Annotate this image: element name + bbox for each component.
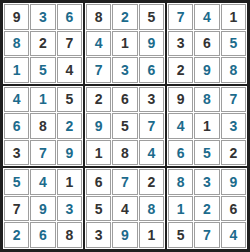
box-2-3: 987413652 xyxy=(167,86,247,167)
cell-r5c7[interactable]: 4 xyxy=(168,113,193,139)
cell-r2c9[interactable]: 5 xyxy=(221,31,246,57)
cell-r5c2[interactable]: 8 xyxy=(30,113,55,139)
box-3-1: 541793268 xyxy=(3,168,83,249)
cell-r8c7[interactable]: 1 xyxy=(168,196,193,222)
cell-r7c2[interactable]: 4 xyxy=(30,169,55,195)
cell-r4c8[interactable]: 8 xyxy=(194,87,219,113)
box-1-1: 936827154 xyxy=(3,3,83,84)
cell-r7c6[interactable]: 2 xyxy=(139,169,164,195)
cell-r8c6[interactable]: 8 xyxy=(139,196,164,222)
cell-r7c7[interactable]: 8 xyxy=(168,169,193,195)
cell-r1c7[interactable]: 7 xyxy=(168,4,193,30)
box-1-2: 825419736 xyxy=(85,3,165,84)
cell-r1c8[interactable]: 4 xyxy=(194,4,219,30)
cell-r1c6[interactable]: 5 xyxy=(139,4,164,30)
cell-r6c4[interactable]: 1 xyxy=(86,140,111,166)
cell-r7c1[interactable]: 5 xyxy=(4,169,29,195)
cell-r2c6[interactable]: 9 xyxy=(139,31,164,57)
cell-r3c2[interactable]: 5 xyxy=(30,57,55,83)
cell-r8c9[interactable]: 6 xyxy=(221,196,246,222)
cell-r4c7[interactable]: 9 xyxy=(168,87,193,113)
cell-r7c4[interactable]: 6 xyxy=(86,169,111,195)
cell-r5c6[interactable]: 7 xyxy=(139,113,164,139)
cell-r1c1[interactable]: 9 xyxy=(4,4,29,30)
box-2-2: 263957184 xyxy=(85,86,165,167)
cell-r8c4[interactable]: 5 xyxy=(86,196,111,222)
cell-r4c3[interactable]: 5 xyxy=(57,87,82,113)
cell-r5c3[interactable]: 2 xyxy=(57,113,82,139)
cell-r6c7[interactable]: 6 xyxy=(168,140,193,166)
cell-r8c1[interactable]: 7 xyxy=(4,196,29,222)
cell-r1c9[interactable]: 1 xyxy=(221,4,246,30)
cell-r2c4[interactable]: 4 xyxy=(86,31,111,57)
cell-r3c3[interactable]: 4 xyxy=(57,57,82,83)
sudoku-board: 9368271548254197367413652984156823792639… xyxy=(0,0,250,252)
cell-r3c4[interactable]: 7 xyxy=(86,57,111,83)
cell-r7c3[interactable]: 1 xyxy=(57,169,82,195)
cell-r4c9[interactable]: 7 xyxy=(221,87,246,113)
cell-r5c4[interactable]: 9 xyxy=(86,113,111,139)
cell-r9c6[interactable]: 1 xyxy=(139,222,164,248)
cell-r3c7[interactable]: 2 xyxy=(168,57,193,83)
cell-r8c8[interactable]: 2 xyxy=(194,196,219,222)
box-1-3: 741365298 xyxy=(167,3,247,84)
box-3-3: 839126574 xyxy=(167,168,247,249)
cell-r6c3[interactable]: 9 xyxy=(57,140,82,166)
cell-r5c9[interactable]: 3 xyxy=(221,113,246,139)
cell-r2c7[interactable]: 3 xyxy=(168,31,193,57)
cell-r6c2[interactable]: 7 xyxy=(30,140,55,166)
cell-r1c3[interactable]: 6 xyxy=(57,4,82,30)
cell-r1c2[interactable]: 3 xyxy=(30,4,55,30)
cell-r4c1[interactable]: 4 xyxy=(4,87,29,113)
cell-r4c5[interactable]: 6 xyxy=(112,87,137,113)
cell-r4c2[interactable]: 1 xyxy=(30,87,55,113)
cell-r6c9[interactable]: 2 xyxy=(221,140,246,166)
box-2-1: 415682379 xyxy=(3,86,83,167)
cell-r7c9[interactable]: 9 xyxy=(221,169,246,195)
cell-r4c4[interactable]: 2 xyxy=(86,87,111,113)
cell-r8c3[interactable]: 3 xyxy=(57,196,82,222)
box-3-2: 672548391 xyxy=(85,168,165,249)
cell-r7c5[interactable]: 7 xyxy=(112,169,137,195)
cell-r9c2[interactable]: 6 xyxy=(30,222,55,248)
cell-r8c2[interactable]: 9 xyxy=(30,196,55,222)
cell-r9c3[interactable]: 8 xyxy=(57,222,82,248)
cell-r9c9[interactable]: 4 xyxy=(221,222,246,248)
cell-r5c1[interactable]: 6 xyxy=(4,113,29,139)
cell-r3c5[interactable]: 3 xyxy=(112,57,137,83)
cell-r9c4[interactable]: 3 xyxy=(86,222,111,248)
cell-r9c8[interactable]: 7 xyxy=(194,222,219,248)
cell-r2c3[interactable]: 7 xyxy=(57,31,82,57)
cell-r6c5[interactable]: 8 xyxy=(112,140,137,166)
cell-r2c5[interactable]: 1 xyxy=(112,31,137,57)
cell-r7c8[interactable]: 3 xyxy=(194,169,219,195)
cell-r8c5[interactable]: 4 xyxy=(112,196,137,222)
cell-r6c1[interactable]: 3 xyxy=(4,140,29,166)
cell-r2c8[interactable]: 6 xyxy=(194,31,219,57)
cell-r9c5[interactable]: 9 xyxy=(112,222,137,248)
cell-r3c8[interactable]: 9 xyxy=(194,57,219,83)
cell-r2c1[interactable]: 8 xyxy=(4,31,29,57)
cell-r6c6[interactable]: 4 xyxy=(139,140,164,166)
cell-r5c5[interactable]: 5 xyxy=(112,113,137,139)
cell-r2c2[interactable]: 2 xyxy=(30,31,55,57)
cell-r4c6[interactable]: 3 xyxy=(139,87,164,113)
cell-r3c9[interactable]: 8 xyxy=(221,57,246,83)
cell-r9c7[interactable]: 5 xyxy=(168,222,193,248)
cell-r9c1[interactable]: 2 xyxy=(4,222,29,248)
cell-r5c8[interactable]: 1 xyxy=(194,113,219,139)
cell-r1c5[interactable]: 2 xyxy=(112,4,137,30)
cell-r3c6[interactable]: 6 xyxy=(139,57,164,83)
cell-r3c1[interactable]: 1 xyxy=(4,57,29,83)
cell-r1c4[interactable]: 8 xyxy=(86,4,111,30)
cell-r6c8[interactable]: 5 xyxy=(194,140,219,166)
